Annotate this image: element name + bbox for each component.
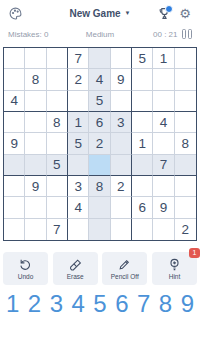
cell-r5c4[interactable]: 5 (68, 133, 89, 154)
numpad-key-3[interactable]: 3 (50, 292, 63, 316)
pencil-label: Pencil Off (111, 273, 139, 280)
cell-r6c6[interactable] (111, 155, 132, 176)
cell-r1c1[interactable] (4, 48, 25, 69)
cell-r8c7[interactable]: 6 (132, 197, 153, 218)
theme-palette-icon[interactable] (9, 7, 22, 20)
cell-r3c4[interactable] (68, 91, 89, 112)
cell-r6c3[interactable]: 5 (47, 155, 68, 176)
cell-r1c4[interactable]: 7 (68, 48, 89, 69)
cell-r5c3[interactable] (47, 133, 68, 154)
cell-r5c8[interactable] (153, 133, 174, 154)
cell-r6c5[interactable] (89, 155, 110, 176)
hint-bulb-icon (168, 257, 181, 271)
undo-icon (19, 257, 32, 271)
cell-r2c2[interactable]: 8 (25, 69, 46, 90)
cell-r3c7[interactable] (132, 91, 153, 112)
pencil-button[interactable]: Pencil Off (102, 252, 147, 285)
cell-r7c9[interactable] (175, 176, 196, 197)
cell-r2c6[interactable]: 9 (111, 69, 132, 90)
cell-r6c7[interactable] (132, 155, 153, 176)
notification-dot (165, 5, 173, 13)
cell-r8c3[interactable] (47, 197, 68, 218)
toolbar: Undo Erase Pencil Off 1 Hint (0, 252, 200, 285)
numpad-key-1[interactable]: 1 (6, 292, 19, 316)
cell-r3c6[interactable] (111, 91, 132, 112)
cell-r7c2[interactable]: 9 (25, 176, 46, 197)
cell-r7c1[interactable] (4, 176, 25, 197)
cell-r1c2[interactable] (25, 48, 46, 69)
numpad-key-7[interactable]: 7 (137, 292, 150, 316)
cell-r5c2[interactable] (25, 133, 46, 154)
cell-r2c9[interactable] (175, 69, 196, 90)
cell-r7c5[interactable]: 8 (89, 176, 110, 197)
hint-label: Hint (169, 273, 181, 280)
cell-r7c3[interactable] (47, 176, 68, 197)
cell-r5c7[interactable]: 1 (132, 133, 153, 154)
cell-r1c3[interactable] (47, 48, 68, 69)
cell-r4c7[interactable] (132, 112, 153, 133)
cell-r9c2[interactable] (25, 219, 46, 240)
cell-r9c5[interactable] (89, 219, 110, 240)
cell-r1c6[interactable] (111, 48, 132, 69)
cell-r8c6[interactable] (111, 197, 132, 218)
cell-r1c8[interactable]: 1 (153, 48, 174, 69)
cell-r5c6[interactable] (111, 133, 132, 154)
game-title[interactable]: New Game (69, 8, 120, 19)
mistakes-counter: Mistakes: 0 (8, 30, 48, 39)
header: New Game ▼ ⚙ (0, 3, 200, 23)
cell-r9c1[interactable] (4, 219, 25, 240)
cell-r8c8[interactable]: 9 (153, 197, 174, 218)
cell-r2c3[interactable] (47, 69, 68, 90)
cell-r7c6[interactable]: 2 (111, 176, 132, 197)
cell-r2c5[interactable]: 4 (89, 69, 110, 90)
cell-r8c5[interactable] (89, 197, 110, 218)
cell-r3c3[interactable] (47, 91, 68, 112)
cell-r7c7[interactable] (132, 176, 153, 197)
erase-label: Erase (67, 273, 84, 280)
cell-r5c1[interactable]: 9 (4, 133, 25, 154)
cell-r6c9[interactable] (175, 155, 196, 176)
cell-r4c8[interactable]: 4 (153, 112, 174, 133)
cell-r7c4[interactable]: 3 (68, 176, 89, 197)
erase-button[interactable]: Erase (53, 252, 98, 285)
cell-r5c5[interactable]: 2 (89, 133, 110, 154)
cell-r9c4[interactable] (68, 219, 89, 240)
cell-r9c8[interactable] (153, 219, 174, 240)
cell-r8c1[interactable] (4, 197, 25, 218)
cell-r3c2[interactable] (25, 91, 46, 112)
cell-r1c9[interactable] (175, 48, 196, 69)
pencil-icon (118, 257, 131, 271)
cell-r9c6[interactable] (111, 219, 132, 240)
cell-r4c1[interactable] (4, 112, 25, 133)
cell-r3c9[interactable] (175, 91, 196, 112)
numpad-key-9[interactable]: 9 (181, 292, 194, 316)
cell-r9c3[interactable]: 7 (47, 219, 68, 240)
numpad-key-4[interactable]: 4 (71, 292, 84, 316)
cell-r2c8[interactable] (153, 69, 174, 90)
undo-button[interactable]: Undo (3, 252, 48, 285)
pause-icon (188, 29, 193, 39)
chevron-down-icon: ▼ (125, 10, 131, 16)
cell-r8c4[interactable]: 4 (68, 197, 89, 218)
numpad-key-6[interactable]: 6 (115, 292, 128, 316)
numpad-key-8[interactable]: 8 (159, 292, 172, 316)
hint-badge: 1 (189, 248, 200, 258)
cell-r9c7[interactable] (132, 219, 153, 240)
undo-label: Undo (18, 273, 34, 280)
cell-r4c9[interactable] (175, 112, 196, 133)
cell-r1c7[interactable]: 5 (132, 48, 153, 69)
cell-r4c3[interactable]: 8 (47, 112, 68, 133)
cell-r1c5[interactable] (89, 48, 110, 69)
timer: 00 : 21 (153, 30, 177, 39)
cell-r8c9[interactable] (175, 197, 196, 218)
cell-r2c7[interactable] (132, 69, 153, 90)
cell-r5c9[interactable]: 8 (175, 133, 196, 154)
status-bar: Mistakes: 0 Medium 00 : 21 (0, 28, 200, 40)
cell-r4c6[interactable]: 3 (111, 112, 132, 133)
cell-r2c1[interactable] (4, 69, 25, 90)
hint-button[interactable]: 1 Hint (152, 252, 197, 285)
pause-icon (182, 29, 187, 39)
cell-r4c4[interactable]: 1 (68, 112, 89, 133)
numpad-key-2[interactable]: 2 (28, 292, 41, 316)
numpad-key-5[interactable]: 5 (93, 292, 106, 316)
cell-r6c1[interactable] (4, 155, 25, 176)
cell-r2c4[interactable]: 2 (68, 69, 89, 90)
settings-gear-icon[interactable]: ⚙ (179, 7, 191, 20)
cell-r3c1[interactable]: 4 (4, 91, 25, 112)
cell-r6c4[interactable] (68, 155, 89, 176)
number-pad: 1 2 3 4 5 6 7 8 9 (0, 292, 200, 316)
cell-r9c9[interactable]: 2 (175, 219, 196, 240)
cell-r3c5[interactable]: 5 (89, 91, 110, 112)
cell-r4c2[interactable] (25, 112, 46, 133)
cell-r8c2[interactable] (25, 197, 46, 218)
cell-r4c5[interactable]: 6 (89, 112, 110, 133)
cell-r7c8[interactable] (153, 176, 174, 197)
trophy-icon[interactable] (158, 7, 171, 20)
eraser-icon (69, 257, 82, 271)
cell-r3c8[interactable] (153, 91, 174, 112)
sudoku-board: 751824945816349521857938246972 (3, 47, 197, 241)
cell-r6c2[interactable] (25, 155, 46, 176)
pause-button[interactable] (182, 29, 193, 39)
cell-r6c8[interactable]: 7 (153, 155, 174, 176)
